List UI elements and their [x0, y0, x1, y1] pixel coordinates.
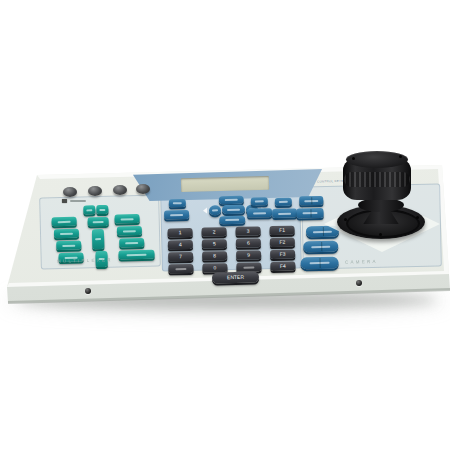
- knob-screw: [352, 157, 355, 160]
- teal-button[interactable]: [119, 238, 144, 248]
- camera-controls: [296, 194, 344, 277]
- joystick-knob-top[interactable]: [346, 151, 408, 168]
- front-screw-left: [85, 288, 91, 294]
- keypad-key[interactable]: 7: [168, 252, 193, 262]
- nav-button[interactable]: [251, 197, 268, 205]
- pan-up-button[interactable]: [219, 196, 244, 205]
- base-screw: [379, 233, 382, 236]
- base-screw: [344, 218, 347, 221]
- teal-button-wide[interactable]: [118, 250, 154, 260]
- keypad-key[interactable]: 1: [168, 228, 193, 238]
- camera-button-pair[interactable]: [299, 196, 323, 206]
- keypad-key[interactable]: [236, 262, 261, 272]
- keypad-key[interactable]: F3: [270, 250, 295, 260]
- nav-button[interactable]: [247, 208, 272, 218]
- camera-rocker[interactable]: [300, 257, 338, 270]
- teal-button[interactable]: [54, 229, 79, 239]
- keypad-key[interactable]: 5: [202, 239, 227, 249]
- keypad-key[interactable]: F2: [270, 238, 295, 248]
- product-photo: CONTROL KEYBOARD MULTIPLEXER: [0, 0, 450, 450]
- round-button-2[interactable]: [88, 186, 102, 196]
- teal-button[interactable]: [88, 217, 109, 227]
- keypad-key[interactable]: 0: [202, 263, 227, 273]
- teal-button-tall[interactable]: [92, 229, 105, 249]
- lcd-display: [181, 176, 269, 192]
- knob-screw: [399, 155, 402, 158]
- teal-button[interactable]: [117, 226, 142, 236]
- base-screw: [416, 216, 419, 219]
- keypad-key[interactable]: 6: [236, 238, 261, 248]
- keypad-key[interactable]: 2: [201, 227, 226, 237]
- nav-button[interactable]: [164, 210, 189, 220]
- joystick-knob-grip[interactable]: [344, 172, 410, 187]
- teal-button[interactable]: [56, 241, 81, 251]
- pan-left-button[interactable]: [209, 205, 221, 215]
- left-arrow-icon: [203, 208, 207, 214]
- teal-button[interactable]: [83, 205, 95, 214]
- front-screw-right: [356, 280, 362, 286]
- teal-button[interactable]: [52, 217, 77, 227]
- round-button-1[interactable]: [63, 187, 77, 197]
- round-button-3[interactable]: [113, 185, 127, 195]
- pan-down-button[interactable]: [219, 216, 245, 225]
- navigation-pad: [163, 192, 300, 227]
- round-button-4[interactable]: [136, 184, 150, 194]
- nav-button[interactable]: [169, 199, 186, 207]
- joystick-knob-lower[interactable]: [358, 198, 404, 212]
- teal-button[interactable]: [96, 205, 108, 214]
- nav-button[interactable]: [275, 198, 292, 206]
- center-button[interactable]: [222, 205, 245, 215]
- teal-button[interactable]: [114, 214, 139, 224]
- camera-button-pair[interactable]: [296, 208, 323, 219]
- keypad-key[interactable]: 4: [168, 240, 193, 250]
- enter-button[interactable]: ENTER: [212, 271, 259, 283]
- keypad-key[interactable]: 9: [236, 250, 261, 260]
- keypad-key[interactable]: F4: [270, 262, 295, 272]
- numeric-keypad: 1 2 3 F1 4 5 6 F2 7 8 9 F3 0 F4: [168, 226, 296, 274]
- camera-rocker[interactable]: [303, 241, 338, 253]
- nav-button[interactable]: [272, 209, 297, 219]
- keypad-key[interactable]: [168, 264, 193, 274]
- keypad-key[interactable]: F1: [269, 226, 294, 236]
- camera-section-label: CAMERA: [345, 259, 378, 264]
- keypad-key[interactable]: 3: [235, 226, 260, 236]
- keypad-key[interactable]: 8: [202, 251, 227, 261]
